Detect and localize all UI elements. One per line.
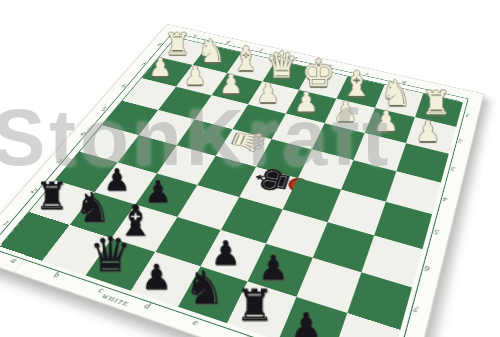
coord-label-2: 2 [448, 126, 472, 157]
piece-black-p-d1: ♟ [141, 260, 172, 295]
square-f6 [312, 123, 365, 160]
square-d6 [233, 104, 286, 139]
square-b7: ♟ [176, 65, 227, 95]
piece-white-r-h8: ♜ [421, 87, 450, 120]
coord-label-b: b [383, 74, 424, 91]
coord-label-1: 1 [455, 102, 478, 130]
square-h4 [374, 202, 432, 249]
square-e8: ♚ [299, 68, 347, 99]
square-a7: ♟ [142, 57, 193, 86]
piece-black-p-f2: ♟ [258, 251, 289, 285]
square-b6 [158, 87, 211, 120]
square-d7: ♟ [248, 81, 299, 113]
square-h8: ♜ [415, 93, 463, 126]
product-photo-chess-set: ♜♞♝♛♚♝♞♜♟♟♟♟♟♟♟♟♛♚♟♟♜♞♝♟♟♛♟♞♜♟ abcdefgh … [0, 0, 500, 337]
square-c3: ♟ [135, 174, 197, 217]
coord-label-h: h [176, 29, 214, 44]
coord-label-5: 5 [86, 96, 121, 124]
square-c5 [177, 119, 233, 156]
square-c6 [195, 95, 248, 129]
piece-white-p-g7: ♟ [374, 108, 399, 136]
board-border: ♜♞♝♛♚♝♞♜♟♟♟♟♟♟♟♟♛♚♟♟♜♞♝♟♟♛♟♞♜♟ abcdefgh … [0, 24, 484, 337]
files-labels-top: abcdefgh [176, 29, 463, 101]
square-e6 [272, 114, 325, 150]
square-a5 [102, 101, 158, 135]
piece-white-n-g8: ♞ [380, 76, 411, 111]
coord-label-6: 6 [107, 73, 140, 99]
piece-white-b-f8: ♝ [341, 67, 372, 101]
square-b8: ♞ [193, 45, 242, 73]
coord-label-7: 7 [126, 53, 157, 77]
square-c8: ♝ [227, 53, 276, 82]
piece-white-p-b7: ♟ [184, 63, 207, 89]
square-g7: ♟ [365, 108, 415, 143]
square-f7: ♟ [325, 99, 375, 133]
piece-white-p-c7: ♟ [219, 72, 242, 98]
coord-label-c: c [346, 66, 387, 83]
piece-black-p-g1: ♟ [290, 308, 323, 337]
piece-white-n-b8: ♞ [197, 35, 226, 67]
coord-label-4: 4 [63, 119, 100, 149]
piece-white-p-f7: ♟ [333, 98, 357, 125]
square-f8: ♝ [337, 76, 385, 108]
vinyl-board: ♜♞♝♛♚♝♞♜♟♟♟♟♟♟♟♟♛♚♟♟♜♞♝♟♟♛♟♞♜♟ abcdefgh … [0, 24, 484, 337]
piece-white-b-c8: ♝ [231, 42, 260, 75]
piece-white-p-a7: ♟ [149, 55, 172, 80]
piece-white-p-h7: ♟ [415, 118, 440, 146]
square-g8: ♞ [375, 85, 423, 118]
square-a4 [80, 125, 139, 162]
coord-label-f: f [241, 43, 280, 59]
square-d8: ♛ [263, 60, 312, 90]
square-c7: ♟ [212, 73, 263, 104]
square-h7: ♟ [406, 117, 456, 153]
piece-white-r-a8: ♜ [164, 30, 190, 59]
square-b5 [139, 110, 195, 145]
piece-white-p-d7: ♟ [256, 80, 280, 106]
piece-black-p-e2: ♟ [211, 237, 241, 271]
coord-label-8: 8 [144, 34, 174, 56]
piece-white-p-e7: ♟ [294, 89, 318, 116]
square-d5: ♛ [216, 129, 272, 167]
coord-label-e: e [275, 50, 315, 66]
coord-label-d: d [310, 58, 350, 74]
piece-white-q-d8: ♛ [266, 48, 298, 84]
square-g6 [353, 133, 406, 171]
square-a8: ♜ [159, 38, 208, 65]
piece-white-q-d5-fallen: ♛ [224, 126, 272, 156]
square-f2: ♟ [248, 244, 313, 297]
board-grid: ♜♞♝♛♚♝♞♜♟♟♟♟♟♟♟♟♛♚♟♟♜♞♝♟♟♛♟♞♜♟ [1, 37, 460, 337]
piece-black-q-c1: ♛ [89, 231, 132, 279]
board-scene: ♜♞♝♛♚♝♞♜♟♟♟♟♟♟♟♟♛♚♟♟♜♞♝♟♟♛♟♞♜♟ abcdefgh … [40, 0, 470, 337]
piece-white-k-e8: ♚ [302, 55, 336, 92]
square-a6 [123, 78, 176, 110]
coord-label-a: a [421, 82, 463, 100]
square-e7: ♟ [286, 90, 337, 123]
square-e5 [256, 139, 312, 178]
coord-label-g: g [208, 36, 247, 51]
